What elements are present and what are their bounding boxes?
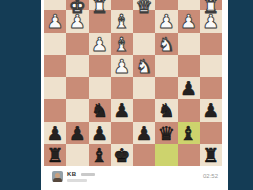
player-clock: 02:52 (203, 173, 218, 179)
square-g3[interactable] (66, 33, 88, 55)
chess-board[interactable]: ♚♜♛♜♟♟♝♟♟♟♟♝♞♟♞♟♞♟♞♟♟♟♟♟♛♝♜♝♚♜ (44, 0, 222, 166)
square-g4[interactable] (66, 55, 88, 77)
white-pawn[interactable]: ♟ (111, 55, 133, 77)
black-pawn[interactable]: ♟ (178, 77, 200, 99)
square-a4[interactable] (200, 55, 222, 77)
black-rook[interactable]: ♜ (200, 144, 222, 166)
square-e6[interactable]: ♟ (111, 99, 133, 121)
square-f5[interactable] (89, 77, 111, 99)
white-pawn[interactable]: ♟ (66, 10, 88, 32)
white-knight[interactable]: ♞ (133, 55, 155, 77)
black-pawn[interactable]: ♟ (89, 122, 111, 144)
square-c5[interactable] (155, 77, 177, 99)
square-h6[interactable] (44, 99, 66, 121)
square-a2[interactable]: ♟ (200, 10, 222, 32)
square-f8[interactable]: ♝ (89, 144, 111, 166)
square-c1[interactable] (155, 0, 177, 10)
square-d4[interactable]: ♞ (133, 55, 155, 77)
white-pawn[interactable]: ♟ (178, 10, 200, 32)
square-b4[interactable] (178, 55, 200, 77)
square-b6[interactable] (178, 99, 200, 121)
black-pawn[interactable]: ♟ (200, 99, 222, 121)
square-f1[interactable]: ♜ (89, 0, 111, 10)
square-h5[interactable] (44, 77, 66, 99)
black-bishop[interactable]: ♝ (178, 122, 200, 144)
square-c6[interactable]: ♞ (155, 99, 177, 121)
square-a1[interactable]: ♜ (200, 0, 222, 10)
black-pawn[interactable]: ♟ (66, 122, 88, 144)
player-avatar[interactable] (52, 171, 63, 182)
player-subtext-blurred (67, 179, 87, 182)
square-e4[interactable]: ♟ (111, 55, 133, 77)
square-g6[interactable] (66, 99, 88, 121)
square-d8[interactable] (133, 144, 155, 166)
black-pawn[interactable]: ♟ (44, 122, 66, 144)
black-queen[interactable]: ♛ (155, 122, 177, 144)
square-a3[interactable] (200, 33, 222, 55)
black-pawn[interactable]: ♟ (133, 122, 155, 144)
square-g2[interactable]: ♟ (66, 10, 88, 32)
black-knight[interactable]: ♞ (89, 99, 111, 121)
square-b7[interactable]: ♝ (178, 122, 200, 144)
player-bar: KB 02:52 (41, 166, 228, 190)
square-g8[interactable] (66, 144, 88, 166)
square-h7[interactable]: ♟ (44, 122, 66, 144)
square-d7[interactable]: ♟ (133, 122, 155, 144)
square-g5[interactable] (66, 77, 88, 99)
square-d5[interactable] (133, 77, 155, 99)
black-king[interactable]: ♚ (111, 144, 133, 166)
game-page: ♚♜♛♜♟♟♝♟♟♟♟♝♞♟♞♟♞♟♞♟♟♟♟♟♛♝♜♝♚♜ KB 02:52 (41, 0, 228, 190)
avatar-body (53, 178, 62, 182)
square-e1[interactable] (111, 0, 133, 10)
square-c3[interactable]: ♞ (155, 33, 177, 55)
player-name: KB (67, 171, 76, 177)
square-e8[interactable]: ♚ (111, 144, 133, 166)
square-c2[interactable]: ♟ (155, 10, 177, 32)
square-f4[interactable] (89, 55, 111, 77)
white-bishop[interactable]: ♝ (111, 10, 133, 32)
square-h4[interactable] (44, 55, 66, 77)
square-g1[interactable]: ♚ (66, 0, 88, 10)
square-h1[interactable] (44, 0, 66, 10)
square-a8[interactable]: ♜ (200, 144, 222, 166)
square-a5[interactable] (200, 77, 222, 99)
black-pawn[interactable]: ♟ (111, 99, 133, 121)
black-bishop[interactable]: ♝ (89, 144, 111, 166)
white-pawn[interactable]: ♟ (200, 10, 222, 32)
square-f3[interactable]: ♟ (89, 33, 111, 55)
square-h8[interactable]: ♜ (44, 144, 66, 166)
square-b2[interactable]: ♟ (178, 10, 200, 32)
square-b5[interactable]: ♟ (178, 77, 200, 99)
square-b8[interactable] (178, 144, 200, 166)
square-c4[interactable] (155, 55, 177, 77)
white-rook[interactable]: ♜ (89, 0, 111, 17)
white-knight[interactable]: ♞ (155, 33, 177, 55)
black-rook[interactable]: ♜ (44, 144, 66, 166)
square-b3[interactable] (178, 33, 200, 55)
square-c8[interactable] (155, 144, 177, 166)
square-h3[interactable] (44, 33, 66, 55)
app-background: ♚♜♛♜♟♟♝♟♟♟♟♝♞♟♞♟♞♟♞♟♟♟♟♟♛♝♜♝♚♜ KB 02:52 (0, 0, 253, 190)
square-e3[interactable]: ♝ (111, 33, 133, 55)
square-e2[interactable]: ♝ (111, 10, 133, 32)
white-pawn[interactable]: ♟ (89, 33, 111, 55)
square-e7[interactable] (111, 122, 133, 144)
square-a6[interactable]: ♟ (200, 99, 222, 121)
square-d6[interactable] (133, 99, 155, 121)
square-f6[interactable]: ♞ (89, 99, 111, 121)
square-f7[interactable]: ♟ (89, 122, 111, 144)
white-pawn[interactable]: ♟ (44, 10, 66, 32)
square-d3[interactable] (133, 33, 155, 55)
square-d1[interactable]: ♛ (133, 0, 155, 10)
white-pawn[interactable]: ♟ (155, 10, 177, 32)
black-knight[interactable]: ♞ (155, 99, 177, 121)
square-b1[interactable] (178, 0, 200, 10)
square-h2[interactable]: ♟ (44, 10, 66, 32)
square-a7[interactable] (200, 122, 222, 144)
white-queen[interactable]: ♛ (133, 0, 155, 17)
player-rating-blurred (81, 173, 95, 176)
square-g7[interactable]: ♟ (66, 122, 88, 144)
white-bishop[interactable]: ♝ (111, 33, 133, 55)
square-e5[interactable] (111, 77, 133, 99)
square-c7[interactable]: ♛ (155, 122, 177, 144)
